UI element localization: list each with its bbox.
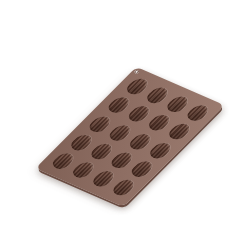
mold-cavity: [89, 168, 117, 188]
product-photo: [0, 0, 250, 250]
mold-cavity: [128, 159, 156, 179]
mold-cavity: [183, 103, 211, 123]
mold-cavity: [124, 104, 152, 124]
mold-cavity: [165, 121, 193, 141]
mold-cavity: [163, 94, 191, 114]
mold-cavity: [86, 113, 114, 133]
mold-cavity: [108, 150, 136, 170]
mold-cavity: [49, 151, 77, 171]
mold-cavity: [126, 131, 154, 151]
mold-cavity: [87, 141, 115, 161]
hang-hole-icon: [133, 70, 139, 74]
mold-cavity: [146, 140, 174, 160]
mold-cavity: [69, 159, 97, 179]
cavity-grid: [45, 74, 215, 200]
mold-cavity: [106, 122, 134, 142]
mold-cavity: [67, 132, 95, 152]
mold-cavity: [123, 76, 151, 96]
mold-cavity: [145, 112, 173, 132]
mold-cavity: [104, 95, 132, 115]
mold-cavity: [143, 85, 171, 105]
mold-cavity: [109, 177, 137, 197]
